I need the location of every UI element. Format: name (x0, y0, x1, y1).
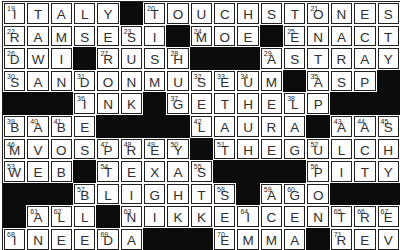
cell-letter: A (307, 76, 328, 90)
cell-letter: I (121, 189, 142, 203)
letter-cell[interactable]: 40A (26, 115, 49, 138)
letter-cell[interactable]: 44A (353, 115, 376, 138)
letter-cell[interactable]: L (73, 205, 96, 228)
letter-cell[interactable]: A (26, 25, 49, 48)
cell-letter: R (354, 211, 375, 225)
letter-cell[interactable]: I (120, 183, 143, 206)
letter-cell[interactable]: N (330, 2, 353, 25)
letter-cell[interactable]: E (120, 160, 143, 183)
letter-cell[interactable]: 71R (330, 228, 353, 250)
letter-cell[interactable]: E (260, 138, 283, 161)
black-cell (353, 92, 376, 115)
letter-cell[interactable]: 19I (3, 2, 26, 25)
letter-cell[interactable]: A (26, 70, 49, 93)
letter-cell[interactable]: 65T (330, 205, 353, 228)
letter-cell[interactable]: A (50, 2, 73, 25)
cell-letter: B (51, 121, 72, 135)
cell-letter: V (27, 144, 48, 158)
cell-letter: T (307, 53, 328, 67)
black-cell (377, 92, 400, 115)
black-cell (3, 92, 26, 115)
cell-letter: M (237, 234, 258, 248)
black-cell (260, 25, 283, 48)
cell-letter: U (237, 121, 258, 135)
letter-cell[interactable]: A (283, 115, 306, 138)
black-cell (190, 228, 213, 250)
letter-cell[interactable]: 27R (96, 47, 119, 70)
cell-letter: O (307, 8, 328, 22)
cell-letter: S (4, 76, 25, 90)
cell-letter: K (191, 211, 212, 225)
letter-cell[interactable]: M (260, 70, 283, 93)
letter-cell[interactable]: M (260, 228, 283, 250)
letter-cell[interactable]: 20T (143, 2, 166, 25)
cell-letter: A (354, 121, 375, 135)
black-cell (143, 228, 166, 250)
cell-letter: U (167, 76, 188, 90)
letter-cell[interactable]: T (213, 92, 236, 115)
letter-cell[interactable]: I (50, 47, 73, 70)
letter-cell[interactable]: I (330, 160, 353, 183)
letter-cell[interactable]: S (283, 47, 306, 70)
letter-cell[interactable]: T (26, 2, 49, 25)
letter-cell[interactable]: 26D (3, 47, 26, 70)
cell-letter: E (214, 211, 235, 225)
letter-cell[interactable]: N (306, 25, 329, 48)
black-cell (166, 25, 189, 48)
cell-letter: K (167, 211, 188, 225)
letter-cell[interactable]: U (120, 47, 143, 70)
cell-letter: U (307, 144, 328, 158)
letter-cell[interactable]: V (26, 138, 49, 161)
cell-letter: S (121, 31, 142, 45)
letter-cell[interactable]: E (96, 25, 119, 48)
letter-cell[interactable]: 55S (190, 160, 213, 183)
cell-letter: B (74, 189, 95, 203)
letter-cell[interactable]: 37G (166, 92, 189, 115)
letter-cell[interactable]: O (50, 138, 73, 161)
letter-cell[interactable]: S (73, 138, 96, 161)
letter-cell[interactable]: C (353, 25, 376, 48)
letter-cell[interactable]: 63N (120, 205, 143, 228)
cell-letter: A (261, 189, 282, 203)
cell-letter: E (237, 31, 258, 45)
black-cell (283, 160, 306, 183)
cell-letter: O (51, 144, 72, 158)
letter-cell[interactable]: 57B (73, 183, 96, 206)
cell-letter: A (331, 121, 352, 135)
letter-cell[interactable]: E (73, 228, 96, 250)
letter-cell[interactable]: C (353, 138, 376, 161)
letter-cell[interactable]: 54T (96, 160, 119, 183)
letter-cell[interactable]: 43A (330, 115, 353, 138)
letter-cell[interactable]: H (236, 92, 259, 115)
cell-letter: E (261, 144, 282, 158)
letter-cell[interactable]: 41B (50, 115, 73, 138)
cell-letter: T (144, 8, 165, 22)
cell-letter: O (214, 31, 235, 45)
cell-letter: S (74, 144, 95, 158)
cell-letter: N (51, 76, 72, 90)
cell-letter: T (27, 8, 48, 22)
black-cell (166, 228, 189, 250)
letter-cell[interactable]: N (306, 205, 329, 228)
letter-cell[interactable]: N (96, 92, 119, 115)
letter-cell[interactable]: T (306, 47, 329, 70)
black-cell (260, 160, 283, 183)
letter-cell[interactable]: E (190, 92, 213, 115)
black-cell (377, 183, 400, 206)
cell-letter: A (27, 121, 48, 135)
letter-cell[interactable]: O (306, 183, 329, 206)
cell-letter: A (284, 234, 305, 248)
cell-letter: G (284, 144, 305, 158)
letter-cell[interactable]: 38L (283, 92, 306, 115)
letter-cell[interactable]: E (353, 2, 376, 25)
cell-letter: N (121, 76, 142, 90)
cell-letter: L (331, 144, 352, 158)
letter-cell[interactable]: R (330, 47, 353, 70)
letter-cell[interactable]: S (260, 2, 283, 25)
letter-cell[interactable]: S (330, 70, 353, 93)
cell-letter: P (97, 144, 118, 158)
letter-cell[interactable]: T (353, 160, 376, 183)
cell-letter: E (378, 211, 399, 225)
letter-cell[interactable]: L (73, 2, 96, 25)
black-cell (330, 183, 353, 206)
cell-letter: R (4, 31, 25, 45)
letter-cell[interactable]: L (330, 138, 353, 161)
cell-letter: H (237, 98, 258, 112)
letter-cell[interactable]: V (377, 228, 400, 250)
cell-letter: E (121, 166, 142, 180)
letter-cell[interactable]: H (236, 2, 259, 25)
black-cell (73, 47, 96, 70)
letter-cell[interactable]: 50Y (166, 138, 189, 161)
letter-cell[interactable]: 32S (190, 70, 213, 93)
cell-letter: I (51, 53, 72, 67)
cell-letter: T (284, 8, 305, 22)
black-cell (353, 183, 376, 206)
cell-letter: B (4, 121, 25, 135)
cell-letter: E (284, 211, 305, 225)
cell-letter: A (354, 53, 375, 67)
letter-cell[interactable]: A (283, 228, 306, 250)
cell-letter: S (191, 166, 212, 180)
letter-cell[interactable]: M (236, 228, 259, 250)
cell-letter: L (284, 98, 305, 112)
cell-letter: L (74, 8, 95, 22)
cell-letter: K (121, 98, 142, 112)
cell-letter: A (121, 234, 142, 248)
letter-cell[interactable]: 49E (143, 138, 166, 161)
letter-cell[interactable]: P (353, 70, 376, 93)
letter-cell[interactable]: N (26, 228, 49, 250)
letter-cell[interactable]: 48R (120, 138, 143, 161)
letter-cell[interactable]: K (190, 205, 213, 228)
cell-letter: I (144, 31, 165, 45)
letter-cell[interactable]: 59A (260, 183, 283, 206)
letter-cell[interactable]: 28H (166, 47, 189, 70)
letter-cell[interactable]: 42L (190, 115, 213, 138)
cell-letter: C (354, 144, 375, 158)
cell-letter: M (144, 76, 165, 90)
cell-letter: L (74, 211, 95, 225)
letter-cell[interactable]: E (236, 25, 259, 48)
letter-cell[interactable]: 21O (306, 2, 329, 25)
letter-cell[interactable]: B (50, 160, 73, 183)
letter-cell[interactable]: U (190, 2, 213, 25)
cell-letter: L (97, 189, 118, 203)
cell-letter: T (97, 166, 118, 180)
letter-cell[interactable]: A (120, 228, 143, 250)
cell-letter: S (74, 31, 95, 45)
letter-cell[interactable]: W (26, 47, 49, 70)
cell-letter: C (354, 31, 375, 45)
cell-letter: Y (378, 53, 399, 67)
letter-cell[interactable]: C (213, 2, 236, 25)
letter-cell[interactable]: 60G (283, 183, 306, 206)
letter-cell[interactable]: O (166, 2, 189, 25)
cell-letter: D (4, 53, 25, 67)
black-cell (306, 228, 329, 250)
letter-cell[interactable]: A (166, 160, 189, 183)
cell-letter: E (261, 98, 282, 112)
letter-cell[interactable]: M (143, 70, 166, 93)
letter-cell[interactable]: 23S (120, 25, 143, 48)
cell-letter: M (4, 144, 25, 158)
cell-letter: T (191, 189, 212, 203)
letter-cell[interactable]: K (166, 205, 189, 228)
black-cell (26, 92, 49, 115)
letter-cell[interactable]: Y (377, 47, 400, 70)
black-cell (73, 160, 96, 183)
cell-letter: O (97, 76, 118, 90)
letter-cell[interactable]: I (143, 25, 166, 48)
letter-cell[interactable]: 61A (26, 205, 49, 228)
letter-cell[interactable]: 52U (306, 138, 329, 161)
cell-letter: M (261, 76, 282, 90)
black-cell (50, 183, 73, 206)
letter-cell[interactable]: 68I (3, 228, 26, 250)
letter-cell[interactable]: T (377, 25, 400, 48)
black-cell (143, 92, 166, 115)
letter-cell[interactable]: M (50, 25, 73, 48)
letter-cell[interactable]: 35A (306, 70, 329, 93)
cell-letter: N (307, 211, 328, 225)
letter-cell[interactable]: 24M (190, 25, 213, 48)
black-cell (213, 47, 236, 70)
letter-cell[interactable]: 51T (213, 138, 236, 161)
letter-cell[interactable]: K (120, 92, 143, 115)
letter-cell[interactable]: 58S (213, 183, 236, 206)
cell-letter: S (378, 121, 399, 135)
cell-letter: G (144, 189, 165, 203)
cell-letter: V (378, 234, 399, 248)
letter-cell[interactable]: E (353, 228, 376, 250)
letter-cell[interactable]: C (260, 205, 283, 228)
letter-cell[interactable]: U (166, 70, 189, 93)
letter-cell[interactable]: 25E (283, 25, 306, 48)
cell-letter: G (167, 98, 188, 112)
cell-letter: I (74, 98, 95, 112)
letter-cell[interactable]: H (377, 138, 400, 161)
letter-cell[interactable]: A (213, 115, 236, 138)
letter-cell[interactable]: T (283, 2, 306, 25)
letter-cell[interactable]: 30S (3, 70, 26, 93)
cell-letter: R (331, 53, 352, 67)
letter-cell[interactable]: 62L (50, 205, 73, 228)
cell-letter: C (261, 211, 282, 225)
letter-cell[interactable]: R (260, 115, 283, 138)
black-cell (236, 47, 259, 70)
cell-letter: T (378, 31, 399, 45)
letter-cell[interactable]: E (50, 228, 73, 250)
letter-cell[interactable]: H (166, 183, 189, 206)
letter-cell[interactable]: 45S (377, 115, 400, 138)
letter-cell[interactable]: E (283, 205, 306, 228)
cell-letter: E (214, 76, 235, 90)
cell-letter: N (331, 8, 352, 22)
cell-letter: G (284, 189, 305, 203)
letter-cell[interactable]: E (260, 92, 283, 115)
cell-letter: S (191, 76, 212, 90)
letter-cell[interactable]: A (353, 47, 376, 70)
letter-cell[interactable]: 36I (73, 92, 96, 115)
letter-cell[interactable]: 29A (260, 47, 283, 70)
black-cell (377, 70, 400, 93)
cell-letter: C (214, 8, 235, 22)
letter-cell[interactable]: S (73, 25, 96, 48)
cell-letter: N (97, 98, 118, 112)
cell-letter: A (51, 8, 72, 22)
black-cell (166, 115, 189, 138)
letter-cell[interactable]: 53W (3, 160, 26, 183)
letter-cell[interactable]: H (236, 138, 259, 161)
cell-letter: S (214, 189, 235, 203)
letter-cell[interactable]: E (26, 160, 49, 183)
letter-cell[interactable]: E (73, 115, 96, 138)
cell-letter: M (51, 31, 72, 45)
letter-cell[interactable]: 31D (73, 70, 96, 93)
letter-cell[interactable]: Y (377, 160, 400, 183)
letter-cell[interactable]: O (96, 70, 119, 93)
cell-letter: W (4, 166, 25, 180)
cell-letter: R (331, 234, 352, 248)
cell-letter: A (261, 53, 282, 67)
letter-cell[interactable]: 34U (236, 70, 259, 93)
letter-cell[interactable]: 70E (213, 228, 236, 250)
cell-letter: E (354, 8, 375, 22)
black-cell (3, 205, 26, 228)
letter-cell[interactable]: L (96, 183, 119, 206)
cell-letter: E (214, 234, 235, 248)
letter-cell[interactable]: T (190, 183, 213, 206)
cell-letter: E (74, 121, 95, 135)
cell-letter: T (331, 211, 352, 225)
cell-letter: E (74, 234, 95, 248)
black-cell (96, 205, 119, 228)
cell-letter: E (144, 144, 165, 158)
cell-letter: Y (167, 144, 188, 158)
cell-letter: T (214, 98, 235, 112)
cell-letter: L (191, 121, 212, 135)
cell-letter: L (51, 211, 72, 225)
black-cell (96, 115, 119, 138)
black-cell (190, 138, 213, 161)
cell-letter: I (4, 234, 25, 248)
letter-cell[interactable]: 69D (96, 228, 119, 250)
letter-cell[interactable]: 46M (3, 138, 26, 161)
letter-cell[interactable]: 33E (213, 70, 236, 93)
cell-letter: P (307, 98, 328, 112)
letter-cell[interactable]: N (50, 70, 73, 93)
letter-cell[interactable]: A (330, 25, 353, 48)
letter-cell[interactable]: N (120, 70, 143, 93)
letter-cell[interactable]: U (236, 115, 259, 138)
cell-letter: I (144, 211, 165, 225)
letter-cell[interactable]: 66R (353, 205, 376, 228)
letter-cell[interactable]: Y (96, 2, 119, 25)
letter-cell[interactable]: I (143, 205, 166, 228)
black-cell (50, 92, 73, 115)
cell-letter: I (331, 166, 352, 180)
cell-letter: W (27, 53, 48, 67)
letter-cell[interactable]: G (143, 183, 166, 206)
black-cell (330, 92, 353, 115)
cell-letter: Y (378, 166, 399, 180)
cell-letter: R (121, 144, 142, 158)
letter-cell[interactable]: S (143, 47, 166, 70)
cell-letter: P (354, 76, 375, 90)
letter-cell[interactable]: E (213, 205, 236, 228)
letter-cell[interactable]: 39B (3, 115, 26, 138)
cell-letter: U (237, 76, 258, 90)
cell-letter: H (237, 144, 258, 158)
cell-letter: A (27, 76, 48, 90)
cell-letter: N (121, 211, 142, 225)
cell-letter: B (51, 166, 72, 180)
letter-cell[interactable]: 22R (3, 25, 26, 48)
letter-cell[interactable]: 64I (236, 205, 259, 228)
black-cell (236, 183, 259, 206)
letter-cell[interactable]: O (213, 25, 236, 48)
cell-letter: R (261, 121, 282, 135)
cell-letter: H (378, 144, 399, 158)
cell-letter: S (378, 8, 399, 22)
black-cell (306, 115, 329, 138)
black-cell (190, 47, 213, 70)
crossword-grid: 19ITALY20TOUCHST21ONES22RAMSE23SI24MOE25… (2, 1, 400, 250)
letter-cell[interactable]: X (143, 160, 166, 183)
letter-cell[interactable]: 56P (306, 160, 329, 183)
cell-letter: Y (97, 8, 118, 22)
cell-letter: S (261, 8, 282, 22)
black-cell (283, 70, 306, 93)
cell-letter: M (191, 31, 212, 45)
letter-cell[interactable]: 47P (96, 138, 119, 161)
black-cell (120, 2, 143, 25)
cell-letter: A (27, 211, 48, 225)
cell-letter: S (331, 76, 352, 90)
letter-cell[interactable]: G (283, 138, 306, 161)
cell-letter: E (354, 234, 375, 248)
black-cell (236, 160, 259, 183)
letter-cell[interactable]: S (377, 2, 400, 25)
letter-cell[interactable]: P (306, 92, 329, 115)
cell-letter: T (354, 166, 375, 180)
letter-cell[interactable]: 67E (377, 205, 400, 228)
